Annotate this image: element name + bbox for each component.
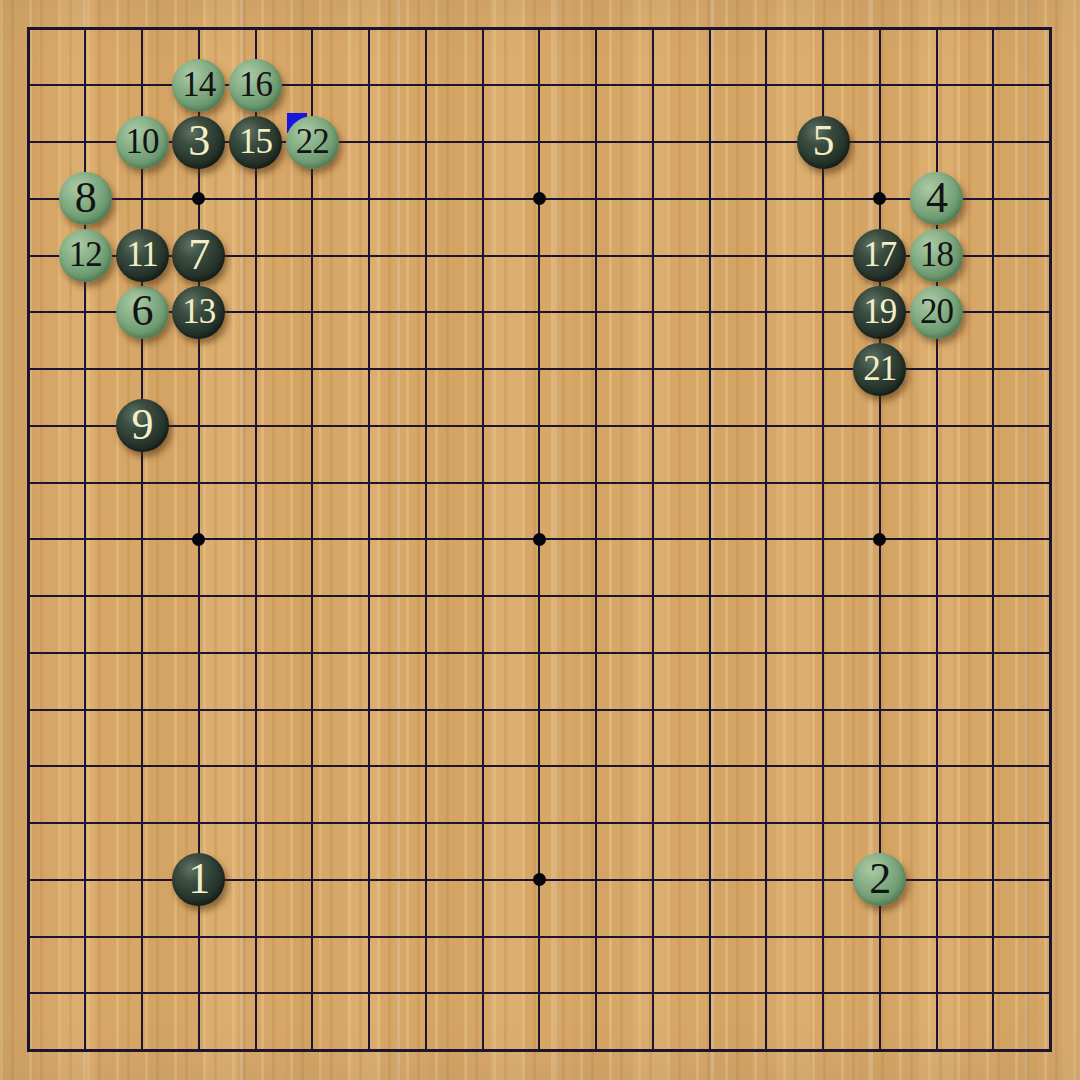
move-number: 13: [182, 294, 215, 329]
move-number: 9: [132, 403, 153, 447]
grid-line-vertical: [765, 29, 767, 1051]
move-number: 16: [239, 67, 272, 102]
stone-move-6[interactable]: 6: [116, 286, 169, 339]
move-number: 17: [863, 237, 896, 272]
move-number: 18: [920, 237, 953, 272]
grid-line-vertical: [709, 29, 711, 1051]
move-number: 11: [126, 237, 158, 272]
move-number: 2: [869, 857, 890, 901]
grid-line-horizontal: [29, 822, 1051, 824]
grid-line-horizontal: [29, 595, 1051, 597]
stone-move-20[interactable]: 20: [910, 286, 963, 339]
grid-line-horizontal: [29, 765, 1051, 767]
grid-line-vertical: [595, 29, 597, 1051]
star-point: [873, 533, 886, 546]
stone-move-22[interactable]: 22: [286, 116, 339, 169]
stone-move-3[interactable]: 3: [172, 116, 225, 169]
star-point: [533, 873, 546, 886]
move-number: 3: [188, 119, 209, 163]
stone-move-12[interactable]: 12: [59, 229, 112, 282]
move-number: 7: [188, 233, 209, 277]
move-number: 5: [813, 119, 834, 163]
grid-line-vertical: [652, 29, 654, 1051]
stone-move-5[interactable]: 5: [797, 116, 850, 169]
stone-move-17[interactable]: 17: [853, 229, 906, 282]
grid-line-horizontal: [29, 709, 1051, 711]
stone-move-7[interactable]: 7: [172, 229, 225, 282]
stone-move-11[interactable]: 11: [116, 229, 169, 282]
stone-move-14[interactable]: 14: [172, 59, 225, 112]
star-point: [192, 533, 205, 546]
move-number: 14: [182, 67, 215, 102]
grid-line-horizontal: [29, 992, 1051, 994]
stone-move-10[interactable]: 10: [116, 116, 169, 169]
move-number: 6: [132, 289, 153, 333]
move-number: 21: [863, 351, 896, 386]
stone-move-8[interactable]: 8: [59, 172, 112, 225]
move-number: 22: [296, 124, 329, 159]
stone-move-15[interactable]: 15: [229, 116, 282, 169]
move-number: 4: [926, 176, 947, 220]
go-board-screenshot: 12345678910111213141516171819202122: [0, 0, 1080, 1080]
move-number: 15: [239, 124, 272, 159]
star-point: [533, 533, 546, 546]
grid-line-horizontal: [29, 936, 1051, 938]
stone-move-13[interactable]: 13: [172, 286, 225, 339]
stone-move-9[interactable]: 9: [116, 399, 169, 452]
move-number: 19: [863, 294, 896, 329]
move-number: 8: [75, 176, 96, 220]
grid-line-vertical: [822, 29, 824, 1051]
move-number: 12: [69, 237, 102, 272]
stone-move-4[interactable]: 4: [910, 172, 963, 225]
move-number: 10: [126, 124, 159, 159]
grid-line-vertical: [992, 29, 994, 1051]
star-point: [533, 192, 546, 205]
move-number: 1: [188, 857, 209, 901]
move-number: 20: [920, 294, 953, 329]
grid-line-horizontal: [29, 652, 1051, 654]
stone-move-18[interactable]: 18: [910, 229, 963, 282]
stone-move-19[interactable]: 19: [853, 286, 906, 339]
stone-move-16[interactable]: 16: [229, 59, 282, 112]
stone-move-21[interactable]: 21: [853, 343, 906, 396]
